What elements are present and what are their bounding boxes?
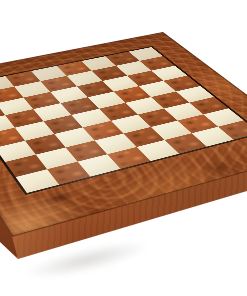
- board-perspective-wrapper: [0, 0, 247, 296]
- playing-area: [0, 46, 247, 195]
- board-frame: [0, 32, 247, 237]
- chessboard-photo: [0, 0, 247, 296]
